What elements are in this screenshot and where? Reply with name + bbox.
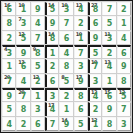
sudoku-cell-r2c5[interactable]: 101 <box>74 31 88 45</box>
cell-digit: 3 <box>3 50 15 57</box>
sudoku-cell-r8c0[interactable]: 4 <box>2 117 16 131</box>
sudoku-cell-r3c6[interactable]: 5 <box>88 45 102 59</box>
sudoku-cell-r7c0[interactable]: 5 <box>2 102 16 116</box>
cell-digit: 6 <box>103 93 115 100</box>
sudoku-cell-r4c7[interactable]: 134 <box>102 59 116 73</box>
sudoku-cell-r5c0[interactable]: 207 <box>2 74 16 88</box>
sudoku-cell-r7c2[interactable]: 3 <box>31 102 45 116</box>
sudoku-cell-r3c1[interactable]: 9 <box>16 45 30 59</box>
cell-digit: 9 <box>32 6 44 14</box>
cell-digit: 5 <box>75 121 87 129</box>
cell-digit: 5 <box>90 50 101 57</box>
cell-digit: 3 <box>118 121 130 129</box>
cell-digit: 6 <box>17 63 29 71</box>
cell-digit: 6 <box>118 50 130 57</box>
cell-digit: 9 <box>60 121 72 129</box>
cell-digit: 6 <box>60 35 72 43</box>
cell-digit: 9 <box>75 78 87 86</box>
sudoku-cell-r8c3[interactable]: 7 <box>45 117 59 131</box>
cell-digit: 7 <box>47 121 58 129</box>
sudoku-cell-r7c5[interactable]: 6 <box>74 102 88 116</box>
cell-digit: 7 <box>75 50 87 57</box>
sudoku-cell-r0c1[interactable]: 101 <box>16 2 30 16</box>
sudoku-cell-r7c1[interactable]: 8 <box>16 102 30 116</box>
cell-digit: 2 <box>103 50 115 57</box>
sudoku-cell-r4c3[interactable]: 2 <box>45 59 59 73</box>
sudoku-cell-r5c2[interactable]: 122 <box>31 74 45 88</box>
sudoku-cell-r1c3[interactable]: 9 <box>45 16 59 30</box>
sudoku-cell-r1c0[interactable]: 8 <box>2 16 16 30</box>
sudoku-cell-r5c3[interactable]: 6 <box>45 74 59 88</box>
cell-digit: 1 <box>60 106 72 114</box>
cell-digit: 9 <box>17 50 29 57</box>
sudoku-cell-r8c1[interactable]: 2 <box>16 117 30 131</box>
sudoku-cell-r5c7[interactable]: 1 <box>102 74 116 88</box>
killer-sudoku-board: 1661019145103124278728734972651212571486… <box>0 0 133 133</box>
cell-digit: 7 <box>90 63 101 71</box>
cell-digit: 4 <box>118 35 130 43</box>
cell-digit: 2 <box>60 93 72 100</box>
sudoku-cell-r0c0[interactable]: 166 <box>2 2 16 16</box>
cell-digit: 5 <box>3 106 15 114</box>
cell-digit: 4 <box>103 63 115 71</box>
cell-digit: 3 <box>90 78 101 86</box>
sudoku-cell-r7c6[interactable]: 2 <box>88 102 102 116</box>
cell-digit: 3 <box>75 63 87 71</box>
cell-digit: 2 <box>3 35 15 43</box>
cell-digit: 7 <box>103 6 115 14</box>
cell-digit: 6 <box>32 121 44 129</box>
sudoku-cell-r6c8[interactable]: 125 <box>117 88 131 102</box>
sudoku-cell-r1c7[interactable]: 5 <box>102 16 116 30</box>
sudoku-cell-r8c2[interactable]: 6 <box>31 117 45 131</box>
cell-digit: 3 <box>103 35 115 43</box>
cell-digit: 1 <box>103 78 115 86</box>
cell-digit: 8 <box>118 78 130 86</box>
cell-digit: 4 <box>47 106 58 114</box>
sudoku-cell-r5c6[interactable]: 3 <box>88 74 102 88</box>
cell-digit: 9 <box>47 20 58 28</box>
cell-digit: 4 <box>17 78 29 86</box>
cell-digit: 3 <box>17 20 29 28</box>
sudoku-cell-r6c0[interactable]: 9 <box>2 88 16 102</box>
sudoku-cell-r7c8[interactable]: 7 <box>117 102 131 116</box>
cell-digit: 5 <box>47 6 58 14</box>
cell-digit: 8 <box>32 50 44 57</box>
sudoku-cell-r5c1[interactable]: 4 <box>16 74 30 88</box>
sudoku-cell-r2c7[interactable]: 113 <box>102 31 116 45</box>
cell-digit: 8 <box>60 63 72 71</box>
cell-digit: 5 <box>32 63 44 71</box>
sudoku-cell-r3c7[interactable]: 2 <box>102 45 116 59</box>
cell-digit: 8 <box>47 35 58 43</box>
cell-digit: 5 <box>103 20 115 28</box>
sudoku-cell-r8c6[interactable]: 121 <box>88 117 102 131</box>
cell-digit: 4 <box>60 50 72 57</box>
cell-digit: 8 <box>75 93 87 100</box>
sudoku-cell-r6c4[interactable]: 2 <box>59 88 73 102</box>
sudoku-cell-r2c3[interactable]: 148 <box>45 31 59 45</box>
cell-digit: 4 <box>3 121 15 129</box>
sudoku-cell-r2c6[interactable]: 9 <box>88 31 102 45</box>
cell-digit: 6 <box>47 78 58 86</box>
sudoku-cell-r1c6[interactable]: 6 <box>88 16 102 30</box>
cell-digit: 2 <box>32 78 44 86</box>
sudoku-cell-r1c1[interactable]: 73 <box>16 16 30 30</box>
cell-digit: 2 <box>17 121 29 129</box>
cell-digit: 6 <box>90 20 101 28</box>
sudoku-cell-r1c4[interactable]: 7 <box>59 16 73 30</box>
sudoku-cell-r5c5[interactable]: 179 <box>74 74 88 88</box>
sudoku-cell-r4c6[interactable]: 107 <box>88 59 102 73</box>
sudoku-cell-r2c0[interactable]: 2 <box>2 31 16 45</box>
sudoku-cell-r3c4[interactable]: 4 <box>59 45 73 59</box>
cell-digit: 1 <box>17 6 29 14</box>
sudoku-cell-r4c1[interactable]: 136 <box>16 59 30 73</box>
cell-digit: 9 <box>90 35 101 43</box>
cell-digit: 7 <box>118 106 130 114</box>
sudoku-cell-r8c8[interactable]: 3 <box>117 117 131 131</box>
cell-digit: 1 <box>47 50 58 57</box>
sudoku-cell-r2c4[interactable]: 6 <box>59 31 73 45</box>
cell-digit: 3 <box>60 6 72 14</box>
sudoku-cell-r1c8[interactable]: 1 <box>117 16 131 30</box>
cell-digit: 1 <box>75 35 87 43</box>
cell-digit: 9 <box>103 106 115 114</box>
sudoku-cell-r0c6[interactable]: 278 <box>88 2 102 16</box>
sudoku-cell-r4c4[interactable]: 8 <box>59 59 73 73</box>
sudoku-cell-r3c5[interactable]: 7 <box>74 45 88 59</box>
cell-digit: 1 <box>3 63 15 71</box>
sudoku-cell-r6c6[interactable]: 124 <box>88 88 102 102</box>
cell-digit: 8 <box>17 106 29 114</box>
sudoku-cell-r7c7[interactable]: 9 <box>102 102 116 116</box>
cell-digit: 3 <box>32 106 44 114</box>
cell-digit: 8 <box>103 121 115 129</box>
sudoku-cell-r4c2[interactable]: 5 <box>31 59 45 73</box>
cell-digit: 4 <box>90 93 101 100</box>
sudoku-cell-r0c8[interactable]: 2 <box>117 2 131 16</box>
cell-digit: 6 <box>3 6 15 14</box>
sudoku-cell-r5c8[interactable]: 8 <box>117 74 131 88</box>
sudoku-cell-r8c4[interactable]: 149 <box>59 117 73 131</box>
sudoku-cell-r0c7[interactable]: 7 <box>102 2 116 16</box>
cell-digit: 2 <box>75 20 87 28</box>
cell-digit: 8 <box>3 20 15 28</box>
cell-digit: 7 <box>3 78 15 86</box>
cell-digit: 1 <box>32 93 44 100</box>
cell-digit: 9 <box>3 93 15 100</box>
sudoku-cell-r0c2[interactable]: 9 <box>31 2 45 16</box>
sudoku-cell-r3c3[interactable]: 1 <box>45 45 59 59</box>
cell-digit: 2 <box>90 106 101 114</box>
cell-digit: 5 <box>17 35 29 43</box>
cell-digit: 1 <box>90 121 101 129</box>
cell-digit: 4 <box>32 20 44 28</box>
sudoku-cell-r6c3[interactable]: 3 <box>45 88 59 102</box>
cell-digit: 1 <box>118 20 130 28</box>
sudoku-cell-r6c1[interactable]: 207 <box>16 88 30 102</box>
sudoku-cell-r3c8[interactable]: 6 <box>117 45 131 59</box>
sudoku-cell-r3c2[interactable]: 98 <box>31 45 45 59</box>
sudoku-cell-r7c4[interactable]: 1 <box>59 102 73 116</box>
cell-digit: 5 <box>118 93 130 100</box>
sudoku-cell-r4c5[interactable]: 3 <box>74 59 88 73</box>
sudoku-cell-r0c5[interactable]: 124 <box>74 2 88 16</box>
sudoku-cell-r4c8[interactable]: 9 <box>117 59 131 73</box>
sudoku-cell-r1c2[interactable]: 4 <box>31 16 45 30</box>
sudoku-cell-r6c2[interactable]: 1 <box>31 88 45 102</box>
cell-digit: 8 <box>90 6 101 14</box>
sudoku-cell-r8c7[interactable]: 8 <box>102 117 116 131</box>
sudoku-cell-r3c0[interactable]: 43 <box>2 45 16 59</box>
sudoku-cell-r0c4[interactable]: 103 <box>59 2 73 16</box>
sudoku-cell-r1c5[interactable]: 2 <box>74 16 88 30</box>
sudoku-cell-r8c5[interactable]: 5 <box>74 117 88 131</box>
sudoku-cell-r2c1[interactable]: 125 <box>16 31 30 45</box>
sudoku-cell-r2c8[interactable]: 4 <box>117 31 131 45</box>
cell-digit: 7 <box>32 35 44 43</box>
sudoku-cell-r7c3[interactable]: 174 <box>45 102 59 116</box>
sudoku-cell-r6c5[interactable]: 8 <box>74 88 88 102</box>
sudoku-cell-r2c2[interactable]: 7 <box>31 31 45 45</box>
sudoku-cell-r6c7[interactable]: 156 <box>102 88 116 102</box>
cell-digit: 3 <box>47 93 58 100</box>
cell-digit: 2 <box>118 6 130 14</box>
cell-digit: 6 <box>75 106 87 114</box>
cell-digit: 5 <box>60 78 72 86</box>
sudoku-cell-r0c3[interactable]: 145 <box>45 2 59 16</box>
cell-digit: 9 <box>118 63 130 71</box>
cell-digit: 7 <box>60 20 72 28</box>
cell-digit: 4 <box>75 6 87 14</box>
sudoku-cell-r4c0[interactable]: 1 <box>2 59 16 73</box>
cell-digit: 2 <box>47 63 58 71</box>
sudoku-cell-r5c4[interactable]: 85 <box>59 74 73 88</box>
cell-digit: 7 <box>17 93 29 100</box>
